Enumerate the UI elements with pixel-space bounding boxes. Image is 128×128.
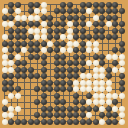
white-stone <box>8 60 14 66</box>
black-stone <box>47 80 53 86</box>
black-stone <box>106 34 112 40</box>
black-stone <box>8 2 14 8</box>
white-stone <box>119 67 125 73</box>
black-stone <box>2 15 8 21</box>
black-stone <box>73 15 79 21</box>
white-stone <box>93 47 99 53</box>
black-stone <box>28 34 34 40</box>
black-stone <box>15 119 21 125</box>
white-stone <box>2 47 8 53</box>
white-stone <box>34 8 40 14</box>
black-stone <box>73 21 79 27</box>
white-stone <box>15 15 21 21</box>
black-stone <box>67 112 73 118</box>
black-stone <box>15 28 21 34</box>
white-stone <box>93 60 99 66</box>
white-stone <box>67 47 73 53</box>
black-stone <box>112 119 118 125</box>
black-stone <box>60 21 66 27</box>
white-stone <box>80 73 86 79</box>
white-stone <box>86 86 92 92</box>
white-stone <box>119 60 125 66</box>
black-stone <box>80 2 86 8</box>
black-stone <box>21 41 27 47</box>
black-stone <box>112 34 118 40</box>
black-stone <box>99 15 105 21</box>
black-stone <box>2 106 8 112</box>
white-stone <box>119 119 125 125</box>
white-stone <box>34 34 40 40</box>
black-stone <box>47 106 53 112</box>
white-stone <box>106 80 112 86</box>
white-stone <box>93 67 99 73</box>
white-stone <box>2 99 8 105</box>
black-stone <box>67 86 73 92</box>
black-stone <box>54 73 60 79</box>
white-stone <box>34 28 40 34</box>
black-stone <box>47 112 53 118</box>
black-stone <box>99 112 105 118</box>
black-stone <box>54 106 60 112</box>
white-stone <box>2 21 8 27</box>
black-stone <box>80 47 86 53</box>
white-stone <box>41 47 47 53</box>
black-stone <box>60 60 66 66</box>
black-stone <box>2 41 8 47</box>
white-stone <box>15 93 21 99</box>
white-stone <box>86 112 92 118</box>
black-stone <box>8 34 14 40</box>
black-stone <box>41 73 47 79</box>
black-stone <box>112 2 118 8</box>
black-stone <box>34 86 40 92</box>
black-stone <box>28 73 34 79</box>
black-stone <box>54 41 60 47</box>
white-stone <box>119 112 125 118</box>
black-stone <box>8 41 14 47</box>
black-stone <box>80 15 86 21</box>
white-stone <box>41 21 47 27</box>
black-stone <box>15 41 21 47</box>
black-stone <box>54 93 60 99</box>
black-stone <box>73 8 79 14</box>
black-stone <box>86 2 92 8</box>
black-stone <box>47 119 53 125</box>
white-stone <box>119 106 125 112</box>
black-stone <box>119 86 125 92</box>
black-stone <box>99 8 105 14</box>
black-stone <box>106 2 112 8</box>
white-stone <box>86 73 92 79</box>
black-stone <box>8 54 14 60</box>
black-stone <box>15 60 21 66</box>
white-stone <box>2 8 8 14</box>
black-stone <box>54 8 60 14</box>
white-stone <box>2 112 8 118</box>
black-stone <box>60 106 66 112</box>
black-stone <box>28 54 34 60</box>
black-stone <box>54 47 60 53</box>
black-stone <box>54 99 60 105</box>
black-stone <box>106 106 112 112</box>
black-stone <box>28 41 34 47</box>
black-stone <box>112 21 118 27</box>
black-stone <box>8 28 14 34</box>
black-stone <box>112 112 118 118</box>
black-stone <box>41 99 47 105</box>
black-stone <box>54 86 60 92</box>
white-stone <box>93 80 99 86</box>
white-stone <box>34 15 40 21</box>
black-stone <box>15 21 21 27</box>
black-stone <box>67 2 73 8</box>
white-stone <box>41 2 47 8</box>
black-stone <box>47 21 53 27</box>
black-stone <box>54 67 60 73</box>
white-stone <box>2 119 8 125</box>
black-stone <box>73 73 79 79</box>
black-stone <box>60 119 66 125</box>
black-stone <box>93 21 99 27</box>
black-stone <box>60 112 66 118</box>
black-stone <box>73 93 79 99</box>
black-stone <box>28 47 34 53</box>
white-stone <box>106 99 112 105</box>
black-stone <box>41 93 47 99</box>
white-stone <box>93 93 99 99</box>
white-stone <box>2 54 8 60</box>
black-stone <box>21 119 27 125</box>
black-stone <box>47 15 53 21</box>
black-stone <box>60 73 66 79</box>
black-stone <box>54 80 60 86</box>
black-stone <box>41 80 47 86</box>
black-stone <box>93 8 99 14</box>
white-stone <box>106 86 112 92</box>
black-stone <box>8 86 14 92</box>
white-stone <box>15 8 21 14</box>
black-stone <box>2 80 8 86</box>
white-stone <box>41 8 47 14</box>
black-stone <box>47 28 53 34</box>
black-stone <box>67 80 73 86</box>
black-stone <box>54 60 60 66</box>
black-stone <box>54 54 60 60</box>
black-stone <box>93 2 99 8</box>
white-stone <box>106 93 112 99</box>
white-stone <box>60 47 66 53</box>
white-stone <box>73 41 79 47</box>
black-stone <box>60 80 66 86</box>
black-stone <box>41 106 47 112</box>
black-stone <box>8 80 14 86</box>
black-stone <box>28 119 34 125</box>
white-stone <box>99 67 105 73</box>
white-stone <box>2 60 8 66</box>
black-stone <box>47 47 53 53</box>
black-stone <box>99 54 105 60</box>
black-stone <box>73 119 79 125</box>
black-stone <box>60 86 66 92</box>
black-stone <box>106 67 112 73</box>
white-stone <box>73 80 79 86</box>
white-stone <box>67 28 73 34</box>
black-stone <box>119 73 125 79</box>
black-stone <box>112 28 118 34</box>
black-stone <box>119 21 125 27</box>
white-stone <box>67 21 73 27</box>
black-stone <box>60 54 66 60</box>
black-stone <box>119 80 125 86</box>
white-stone <box>86 99 92 105</box>
black-stone <box>106 112 112 118</box>
white-stone <box>28 28 34 34</box>
black-stone <box>15 47 21 53</box>
black-stone <box>28 21 34 27</box>
black-stone <box>21 60 27 66</box>
black-stone <box>8 119 14 125</box>
white-stone <box>21 47 27 53</box>
black-stone <box>80 99 86 105</box>
black-stone <box>67 67 73 73</box>
black-stone <box>60 2 66 8</box>
black-stone <box>93 54 99 60</box>
black-stone <box>54 34 60 40</box>
black-stone <box>28 8 34 14</box>
white-stone <box>21 15 27 21</box>
white-stone <box>106 21 112 27</box>
black-stone <box>21 34 27 40</box>
black-stone <box>106 15 112 21</box>
white-stone <box>86 47 92 53</box>
black-stone <box>67 106 73 112</box>
black-stone <box>41 119 47 125</box>
black-stone <box>80 54 86 60</box>
black-stone <box>8 47 14 53</box>
white-stone <box>106 54 112 60</box>
black-stone <box>73 28 79 34</box>
white-stone <box>112 93 118 99</box>
black-stone <box>60 67 66 73</box>
black-stone <box>86 119 92 125</box>
black-stone <box>112 8 118 14</box>
white-stone <box>41 28 47 34</box>
white-stone <box>119 93 125 99</box>
screenshot-stage <box>0 0 128 128</box>
black-stone <box>112 47 118 53</box>
black-stone <box>41 41 47 47</box>
black-stone <box>99 60 105 66</box>
white-stone <box>119 54 125 60</box>
black-stone <box>106 8 112 14</box>
black-stone <box>41 54 47 60</box>
black-stone <box>93 28 99 34</box>
black-stone <box>67 15 73 21</box>
white-stone <box>67 34 73 40</box>
white-stone <box>8 106 14 112</box>
black-stone <box>54 21 60 27</box>
white-stone <box>99 119 105 125</box>
white-stone <box>99 73 105 79</box>
black-stone <box>80 112 86 118</box>
black-stone <box>73 54 79 60</box>
black-stone <box>15 34 21 40</box>
white-stone <box>112 106 118 112</box>
black-stone <box>80 41 86 47</box>
black-stone <box>73 47 79 53</box>
black-stone <box>80 119 86 125</box>
black-stone <box>34 73 40 79</box>
black-stone <box>60 8 66 14</box>
white-stone <box>112 67 118 73</box>
white-stone <box>8 21 14 27</box>
black-stone <box>34 112 40 118</box>
white-stone <box>99 80 105 86</box>
white-stone <box>73 86 79 92</box>
black-stone <box>99 2 105 8</box>
white-stone <box>99 86 105 92</box>
black-stone <box>99 28 105 34</box>
black-stone <box>80 60 86 66</box>
white-stone <box>28 15 34 21</box>
white-stone <box>86 41 92 47</box>
white-stone <box>15 54 21 60</box>
black-stone <box>80 8 86 14</box>
black-stone <box>80 21 86 27</box>
black-stone <box>41 15 47 21</box>
black-stone <box>41 112 47 118</box>
black-stone <box>106 119 112 125</box>
white-stone <box>15 106 21 112</box>
black-stone <box>28 67 34 73</box>
go-board[interactable] <box>0 0 128 128</box>
black-stone <box>73 60 79 66</box>
black-stone <box>86 34 92 40</box>
black-stone <box>106 73 112 79</box>
white-stone <box>93 99 99 105</box>
black-stone <box>21 21 27 27</box>
black-stone <box>8 73 14 79</box>
black-stone <box>2 73 8 79</box>
black-stone <box>8 15 14 21</box>
black-stone <box>54 28 60 34</box>
black-stone <box>34 21 40 27</box>
black-stone <box>34 99 40 105</box>
black-stone <box>2 86 8 92</box>
black-stone <box>119 8 125 14</box>
white-stone <box>86 60 92 66</box>
black-stone <box>15 2 21 8</box>
black-stone <box>73 106 79 112</box>
black-stone <box>86 93 92 99</box>
white-stone <box>67 41 73 47</box>
white-stone <box>93 73 99 79</box>
black-stone <box>67 73 73 79</box>
black-stone <box>93 34 99 40</box>
black-stone <box>41 67 47 73</box>
black-stone <box>119 41 125 47</box>
white-stone <box>99 99 105 105</box>
black-stone <box>99 21 105 27</box>
black-stone <box>73 67 79 73</box>
black-stone <box>67 8 73 14</box>
black-stone <box>21 73 27 79</box>
white-stone <box>93 86 99 92</box>
white-stone <box>93 15 99 21</box>
white-stone <box>8 93 14 99</box>
black-stone <box>60 41 66 47</box>
white-stone <box>2 67 8 73</box>
black-stone <box>119 47 125 53</box>
black-stone <box>41 86 47 92</box>
black-stone <box>8 8 14 14</box>
black-stone <box>73 34 79 40</box>
black-stone <box>21 67 27 73</box>
black-stone <box>112 60 118 66</box>
black-stone <box>67 119 73 125</box>
black-stone <box>15 67 21 73</box>
black-stone <box>73 112 79 118</box>
black-stone <box>99 34 105 40</box>
black-stone <box>60 99 66 105</box>
white-stone <box>99 93 105 99</box>
black-stone <box>34 54 40 60</box>
black-stone <box>93 106 99 112</box>
white-stone <box>47 41 53 47</box>
black-stone <box>67 60 73 66</box>
black-stone <box>34 119 40 125</box>
white-stone <box>93 41 99 47</box>
white-stone <box>41 34 47 40</box>
black-stone <box>80 28 86 34</box>
white-stone <box>2 34 8 40</box>
black-stone <box>93 119 99 125</box>
black-stone <box>21 28 27 34</box>
white-stone <box>60 34 66 40</box>
white-stone <box>99 106 105 112</box>
white-stone <box>112 54 118 60</box>
black-stone <box>41 60 47 66</box>
black-stone <box>34 41 40 47</box>
black-stone <box>34 2 40 8</box>
white-stone <box>80 80 86 86</box>
black-stone <box>47 34 53 40</box>
white-stone <box>86 8 92 14</box>
white-stone <box>8 67 14 73</box>
black-stone <box>112 99 118 105</box>
black-stone <box>15 73 21 79</box>
white-stone <box>8 112 14 118</box>
black-stone <box>47 86 53 92</box>
black-stone <box>60 15 66 21</box>
white-stone <box>86 80 92 86</box>
black-stone <box>80 106 86 112</box>
black-stone <box>86 106 92 112</box>
black-stone <box>60 28 66 34</box>
black-stone <box>112 15 118 21</box>
white-stone <box>80 86 86 92</box>
black-stone <box>73 99 79 105</box>
black-stone <box>54 119 60 125</box>
black-stone <box>34 47 40 53</box>
white-stone <box>86 21 92 27</box>
black-stone <box>80 34 86 40</box>
black-stone <box>28 2 34 8</box>
black-stone <box>54 112 60 118</box>
black-stone <box>15 86 21 92</box>
black-stone <box>119 28 125 34</box>
black-stone <box>80 67 86 73</box>
